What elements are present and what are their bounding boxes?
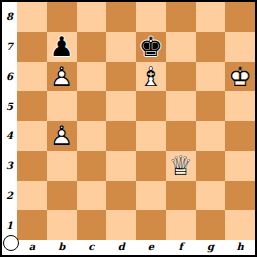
square-f8[interactable] xyxy=(166,2,196,32)
square-a3[interactable] xyxy=(17,151,47,181)
file-label-f: f xyxy=(166,240,196,255)
file-label-b: b xyxy=(47,240,77,255)
square-b6[interactable]: ♟♙ xyxy=(47,62,77,92)
square-h7[interactable] xyxy=(225,32,255,62)
rank-label-6: 6 xyxy=(2,62,17,92)
rank-label-4: 4 xyxy=(2,121,17,151)
black-king-e7[interactable]: ♚ xyxy=(136,32,166,62)
file-label-c: c xyxy=(77,240,107,255)
file-label-a: a xyxy=(17,240,47,255)
file-label-g: g xyxy=(196,240,226,255)
square-g1[interactable] xyxy=(196,210,226,240)
square-b7[interactable]: ♟ xyxy=(47,32,77,62)
square-c1[interactable] xyxy=(77,210,107,240)
square-f1[interactable] xyxy=(166,210,196,240)
square-a7[interactable] xyxy=(17,32,47,62)
square-e8[interactable] xyxy=(136,2,166,32)
square-d7[interactable] xyxy=(106,32,136,62)
rank-labels: 87654321 xyxy=(2,2,17,240)
square-g3[interactable] xyxy=(196,151,226,181)
square-g5[interactable] xyxy=(196,91,226,121)
square-c7[interactable] xyxy=(77,32,107,62)
file-labels: abcdefgh xyxy=(17,240,255,255)
rank-label-8: 8 xyxy=(2,2,17,32)
square-a2[interactable] xyxy=(17,181,47,211)
square-f5[interactable] xyxy=(166,91,196,121)
square-b1[interactable] xyxy=(47,210,77,240)
square-a1[interactable] xyxy=(17,210,47,240)
white-pawn-icon: ♙ xyxy=(47,121,77,151)
square-f3[interactable]: ♛♕ xyxy=(166,151,196,181)
white-queen-icon: ♕ xyxy=(166,151,196,181)
square-d8[interactable] xyxy=(106,2,136,32)
square-a5[interactable] xyxy=(17,91,47,121)
rank-label-3: 3 xyxy=(2,151,17,181)
square-a4[interactable] xyxy=(17,121,47,151)
square-h4[interactable] xyxy=(225,121,255,151)
square-c8[interactable] xyxy=(77,2,107,32)
square-h6[interactable]: ♚♔ xyxy=(225,62,255,92)
square-e2[interactable] xyxy=(136,181,166,211)
square-f4[interactable] xyxy=(166,121,196,151)
square-b4[interactable]: ♟♙ xyxy=(47,121,77,151)
chess-board: ♟♚♟♙♝♗♚♔♟♙♛♕ xyxy=(17,2,255,240)
file-label-d: d xyxy=(106,240,136,255)
square-e7[interactable]: ♚ xyxy=(136,32,166,62)
rank-label-5: 5 xyxy=(2,91,17,121)
square-f6[interactable] xyxy=(166,62,196,92)
white-king-icon: ♔ xyxy=(225,62,255,92)
square-c3[interactable] xyxy=(77,151,107,181)
square-h1[interactable] xyxy=(225,210,255,240)
file-label-e: e xyxy=(136,240,166,255)
square-d1[interactable] xyxy=(106,210,136,240)
square-h5[interactable] xyxy=(225,91,255,121)
white-to-move-indicator xyxy=(3,235,19,251)
white-king-h6[interactable]: ♚♔ xyxy=(225,62,255,92)
square-d6[interactable] xyxy=(106,62,136,92)
square-g4[interactable] xyxy=(196,121,226,151)
square-b2[interactable] xyxy=(47,181,77,211)
square-h2[interactable] xyxy=(225,181,255,211)
square-g6[interactable] xyxy=(196,62,226,92)
white-queen-f3[interactable]: ♛♕ xyxy=(166,151,196,181)
white-pawn-b6[interactable]: ♟♙ xyxy=(47,62,77,92)
square-d5[interactable] xyxy=(106,91,136,121)
chess-diagram: 87654321 ♟♚♟♙♝♗♚♔♟♙♛♕ abcdefgh xyxy=(0,0,257,257)
square-h8[interactable] xyxy=(225,2,255,32)
white-bishop-icon: ♗ xyxy=(136,62,166,92)
square-e6[interactable]: ♝♗ xyxy=(136,62,166,92)
square-e5[interactable] xyxy=(136,91,166,121)
square-g8[interactable] xyxy=(196,2,226,32)
square-c4[interactable] xyxy=(77,121,107,151)
square-c5[interactable] xyxy=(77,91,107,121)
square-g2[interactable] xyxy=(196,181,226,211)
square-h3[interactable] xyxy=(225,151,255,181)
square-f7[interactable] xyxy=(166,32,196,62)
square-e4[interactable] xyxy=(136,121,166,151)
rank-label-7: 7 xyxy=(2,32,17,62)
square-c2[interactable] xyxy=(77,181,107,211)
white-pawn-icon: ♙ xyxy=(47,62,77,92)
square-d2[interactable] xyxy=(106,181,136,211)
square-a6[interactable] xyxy=(17,62,47,92)
square-d4[interactable] xyxy=(106,121,136,151)
square-b3[interactable] xyxy=(47,151,77,181)
square-b5[interactable] xyxy=(47,91,77,121)
square-c6[interactable] xyxy=(77,62,107,92)
square-b8[interactable] xyxy=(47,2,77,32)
square-e1[interactable] xyxy=(136,210,166,240)
square-f2[interactable] xyxy=(166,181,196,211)
rank-label-2: 2 xyxy=(2,181,17,211)
square-d3[interactable] xyxy=(106,151,136,181)
white-pawn-b4[interactable]: ♟♙ xyxy=(47,121,77,151)
square-g7[interactable] xyxy=(196,32,226,62)
square-a8[interactable] xyxy=(17,2,47,32)
black-pawn-b7[interactable]: ♟ xyxy=(47,32,77,62)
white-bishop-e6[interactable]: ♝♗ xyxy=(136,62,166,92)
file-label-h: h xyxy=(225,240,255,255)
square-e3[interactable] xyxy=(136,151,166,181)
